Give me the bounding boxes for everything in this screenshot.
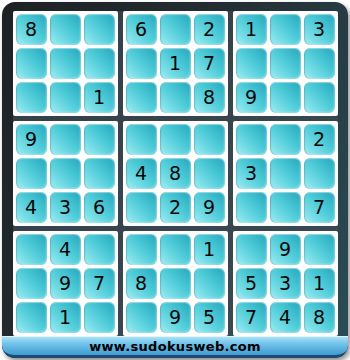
cell-r7c1[interactable]: [16, 234, 47, 265]
cell-r1c8[interactable]: [270, 14, 301, 45]
box-1: 81: [13, 11, 118, 116]
sudoku-board: 816217813994364829237497118959531748: [13, 11, 338, 336]
board-area: 816217813994364829237497118959531748: [2, 2, 348, 336]
cell-r4c6[interactable]: [194, 124, 225, 155]
sudoku-plaque: 816217813994364829237497118959531748 www…: [2, 2, 348, 358]
cell-r4c1[interactable]: 9: [16, 124, 47, 155]
box-7: 4971: [13, 231, 118, 336]
cell-r5c5[interactable]: 8: [160, 158, 191, 189]
site-url-label: www.sudokusweb.com: [89, 339, 261, 354]
cell-r2c5[interactable]: 1: [160, 48, 191, 79]
cell-r9c4[interactable]: [126, 302, 157, 333]
cell-r3c6[interactable]: 8: [194, 82, 225, 113]
cell-r4c4[interactable]: [126, 124, 157, 155]
cell-r3c1[interactable]: [16, 82, 47, 113]
cell-r7c6[interactable]: 1: [194, 234, 225, 265]
cell-r6c6[interactable]: 9: [194, 192, 225, 223]
cell-r7c7[interactable]: [236, 234, 267, 265]
cell-r4c3[interactable]: [84, 124, 115, 155]
box-2: 62178: [123, 11, 228, 116]
cell-r1c7[interactable]: 1: [236, 14, 267, 45]
cell-r8c6[interactable]: [194, 268, 225, 299]
cell-r5c2[interactable]: [50, 158, 81, 189]
cell-r2c6[interactable]: 7: [194, 48, 225, 79]
cell-r5c4[interactable]: 4: [126, 158, 157, 189]
cell-r5c3[interactable]: [84, 158, 115, 189]
cell-r1c3[interactable]: [84, 14, 115, 45]
cell-r2c9[interactable]: [304, 48, 335, 79]
cell-r7c4[interactable]: [126, 234, 157, 265]
cell-r3c5[interactable]: [160, 82, 191, 113]
cell-r5c1[interactable]: [16, 158, 47, 189]
cell-r8c1[interactable]: [16, 268, 47, 299]
cell-r4c2[interactable]: [50, 124, 81, 155]
cell-r3c3[interactable]: 1: [84, 82, 115, 113]
cell-r3c7[interactable]: 9: [236, 82, 267, 113]
cell-r2c1[interactable]: [16, 48, 47, 79]
cell-r1c1[interactable]: 8: [16, 14, 47, 45]
cell-r8c3[interactable]: 7: [84, 268, 115, 299]
cell-r6c1[interactable]: 4: [16, 192, 47, 223]
cell-r3c9[interactable]: [304, 82, 335, 113]
box-4: 9436: [13, 121, 118, 226]
cell-r2c3[interactable]: [84, 48, 115, 79]
cell-r5c9[interactable]: [304, 158, 335, 189]
cell-r8c5[interactable]: [160, 268, 191, 299]
cell-r9c9[interactable]: 8: [304, 302, 335, 333]
cell-r1c5[interactable]: [160, 14, 191, 45]
cell-r5c7[interactable]: 3: [236, 158, 267, 189]
cell-r2c2[interactable]: [50, 48, 81, 79]
cell-r6c3[interactable]: 6: [84, 192, 115, 223]
cell-r4c9[interactable]: 2: [304, 124, 335, 155]
cell-r5c6[interactable]: [194, 158, 225, 189]
box-6: 237: [233, 121, 338, 226]
cell-r9c6[interactable]: 5: [194, 302, 225, 333]
cell-r3c4[interactable]: [126, 82, 157, 113]
cell-r5c8[interactable]: [270, 158, 301, 189]
cell-r9c3[interactable]: [84, 302, 115, 333]
cell-r9c5[interactable]: 9: [160, 302, 191, 333]
cell-r2c7[interactable]: [236, 48, 267, 79]
cell-r9c2[interactable]: 1: [50, 302, 81, 333]
box-9: 9531748: [233, 231, 338, 336]
cell-r7c5[interactable]: [160, 234, 191, 265]
cell-r3c2[interactable]: [50, 82, 81, 113]
cell-r8c4[interactable]: 8: [126, 268, 157, 299]
cell-r2c8[interactable]: [270, 48, 301, 79]
box-3: 139: [233, 11, 338, 116]
cell-r9c7[interactable]: 7: [236, 302, 267, 333]
cell-r6c5[interactable]: 2: [160, 192, 191, 223]
cell-r8c9[interactable]: 1: [304, 268, 335, 299]
cell-r7c9[interactable]: [304, 234, 335, 265]
footer-bar: www.sudokusweb.com: [2, 336, 348, 358]
cell-r2c4[interactable]: [126, 48, 157, 79]
cell-r1c9[interactable]: 3: [304, 14, 335, 45]
cell-r6c2[interactable]: 3: [50, 192, 81, 223]
cell-r7c8[interactable]: 9: [270, 234, 301, 265]
cell-r6c7[interactable]: [236, 192, 267, 223]
cell-r8c2[interactable]: 9: [50, 268, 81, 299]
cell-r9c1[interactable]: [16, 302, 47, 333]
cell-r6c4[interactable]: [126, 192, 157, 223]
cell-r6c8[interactable]: [270, 192, 301, 223]
cell-r3c8[interactable]: [270, 82, 301, 113]
cell-r4c5[interactable]: [160, 124, 191, 155]
cell-r7c3[interactable]: [84, 234, 115, 265]
cell-r1c6[interactable]: 2: [194, 14, 225, 45]
cell-r4c7[interactable]: [236, 124, 267, 155]
cell-r6c9[interactable]: 7: [304, 192, 335, 223]
cell-r9c8[interactable]: 4: [270, 302, 301, 333]
cell-r1c4[interactable]: 6: [126, 14, 157, 45]
cell-r8c8[interactable]: 3: [270, 268, 301, 299]
cell-r8c7[interactable]: 5: [236, 268, 267, 299]
cell-r4c8[interactable]: [270, 124, 301, 155]
cell-r1c2[interactable]: [50, 14, 81, 45]
box-8: 1895: [123, 231, 228, 336]
box-5: 4829: [123, 121, 228, 226]
cell-r7c2[interactable]: 4: [50, 234, 81, 265]
